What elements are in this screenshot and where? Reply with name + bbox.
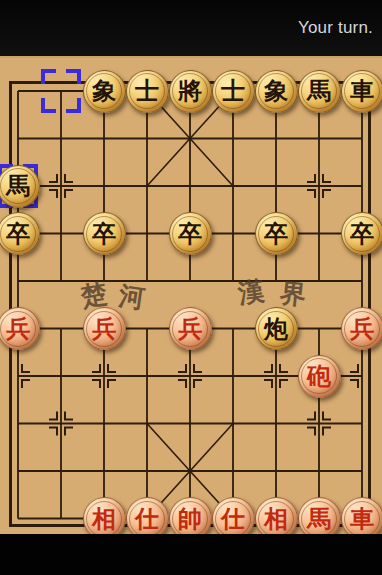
piece-red-soldier[interactable]: 兵 [169, 307, 212, 350]
piece-black-soldier[interactable]: 卒 [0, 212, 40, 255]
piece-black-horse[interactable]: 馬 [298, 70, 341, 113]
piece-red-horse[interactable]: 馬 [298, 497, 341, 534]
highlight-corner [41, 69, 56, 84]
piece-red-king[interactable]: 帥 [169, 497, 212, 534]
piece-red-soldier[interactable]: 兵 [83, 307, 126, 350]
piece-black-soldier[interactable]: 卒 [341, 212, 382, 255]
piece-black-advisor[interactable]: 士 [212, 70, 255, 113]
highlight-corner [66, 69, 81, 84]
piece-black-soldier[interactable]: 卒 [169, 212, 212, 255]
piece-black-soldier[interactable]: 卒 [255, 212, 298, 255]
piece-red-advisor[interactable]: 仕 [126, 497, 169, 534]
piece-black-horse[interactable]: 馬 [0, 165, 40, 208]
piece-red-advisor[interactable]: 仕 [212, 497, 255, 534]
status-bar: Your turn. [0, 0, 382, 56]
piece-black-chariot[interactable]: 車 [341, 70, 382, 113]
piece-black-soldier[interactable]: 卒 [83, 212, 126, 255]
piece-black-elephant[interactable]: 象 [255, 70, 298, 113]
highlight-corner [66, 98, 81, 113]
piece-red-cannon[interactable]: 砲 [298, 355, 341, 398]
bottom-band [0, 534, 382, 575]
app-screen: Your turn. 楚河漢界 象士將士象馬車馬卒卒卒卒卒兵兵兵炮兵砲相仕帥仕相… [0, 0, 382, 575]
piece-red-soldier[interactable]: 兵 [0, 307, 40, 350]
piece-red-elephant[interactable]: 相 [83, 497, 126, 534]
xiangqi-board[interactable]: 楚河漢界 象士將士象馬車馬卒卒卒卒卒兵兵兵炮兵砲相仕帥仕相馬車 [0, 56, 382, 534]
piece-layer[interactable]: 象士將士象馬車馬卒卒卒卒卒兵兵兵炮兵砲相仕帥仕相馬車 [0, 68, 382, 535]
piece-red-soldier[interactable]: 兵 [341, 307, 382, 350]
piece-black-king[interactable]: 將 [169, 70, 212, 113]
piece-black-advisor[interactable]: 士 [126, 70, 169, 113]
last-move-from-marker [41, 69, 81, 113]
piece-black-elephant[interactable]: 象 [83, 70, 126, 113]
turn-status-text: Your turn. [298, 18, 373, 38]
highlight-corner [41, 98, 56, 113]
piece-black-cannon[interactable]: 炮 [255, 307, 298, 350]
piece-red-chariot[interactable]: 車 [341, 497, 382, 534]
piece-red-elephant[interactable]: 相 [255, 497, 298, 534]
